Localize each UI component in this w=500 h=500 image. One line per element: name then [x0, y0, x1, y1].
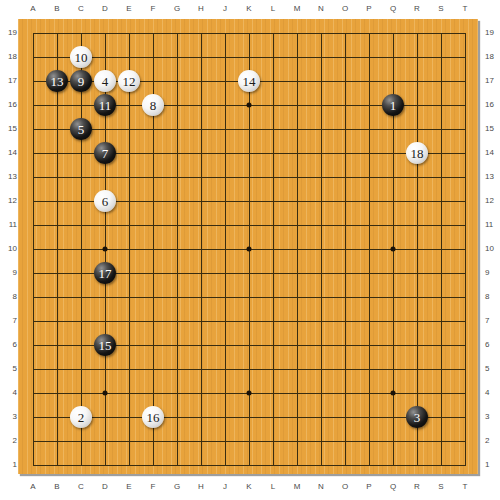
coord-row-label: 2 [485, 429, 500, 453]
coord-col-label: H [189, 480, 213, 494]
coord-row-label: 5 [1, 357, 17, 381]
coord-col-label: T [453, 480, 477, 494]
coord-col-label: J [213, 2, 237, 16]
move-number: 9 [78, 75, 85, 88]
move-number: 6 [102, 195, 109, 208]
stone-white-18[interactable]: 18 [406, 142, 428, 164]
stone-black-11[interactable]: 11 [94, 94, 116, 116]
stone-white-4[interactable]: 4 [94, 70, 116, 92]
move-number: 12 [123, 75, 136, 88]
coord-col-label: P [357, 480, 381, 494]
coord-col-label: L [261, 2, 285, 16]
stone-black-5[interactable]: 5 [70, 118, 92, 140]
coord-col-label: A [21, 2, 45, 16]
coord-col-label: O [333, 2, 357, 16]
coord-col-label: M [285, 480, 309, 494]
coord-col-label: C [69, 2, 93, 16]
move-number: 10 [75, 51, 88, 64]
coord-row-label: 15 [1, 117, 17, 141]
coord-row-label: 18 [485, 45, 500, 69]
coord-col-label: E [117, 2, 141, 16]
coord-col-label: M [285, 2, 309, 16]
coord-row-label: 2 [1, 429, 17, 453]
coord-col-label: S [429, 480, 453, 494]
coord-col-label: F [141, 480, 165, 494]
coord-col-label: H [189, 2, 213, 16]
coord-row-label: 5 [485, 357, 500, 381]
stone-white-2[interactable]: 2 [70, 406, 92, 428]
move-number: 3 [414, 411, 421, 424]
coord-row-label: 8 [485, 285, 500, 309]
move-number: 2 [78, 411, 85, 424]
coord-row-label: 18 [1, 45, 17, 69]
coord-row-label: 1 [1, 453, 17, 477]
coord-col-label: K [237, 2, 261, 16]
coord-row-label: 4 [485, 381, 500, 405]
stone-white-12[interactable]: 12 [118, 70, 140, 92]
move-number: 16 [147, 411, 160, 424]
coord-row-label: 7 [1, 309, 17, 333]
coord-row-label: 17 [485, 69, 500, 93]
move-number: 17 [99, 267, 112, 280]
coord-row-label: 14 [1, 141, 17, 165]
coord-row-label: 7 [485, 309, 500, 333]
move-number: 4 [102, 75, 109, 88]
coord-row-label: 9 [1, 261, 17, 285]
stone-white-14[interactable]: 14 [238, 70, 260, 92]
coord-row-label: 11 [485, 213, 500, 237]
coord-row-label: 8 [1, 285, 17, 309]
stone-white-6[interactable]: 6 [94, 190, 116, 212]
coord-col-label: A [21, 480, 45, 494]
go-diagram-page: ABCDEFGHJKLMNOPQRST ABCDEFGHJKLMNOPQRST … [0, 0, 500, 500]
move-number: 1 [390, 99, 397, 112]
coord-row-label: 6 [1, 333, 17, 357]
coord-col-label: Q [381, 2, 405, 16]
coord-row-label: 16 [485, 93, 500, 117]
coord-row-label: 13 [1, 165, 17, 189]
move-number: 8 [150, 99, 157, 112]
coords-left: 19181716151413121110987654321 [1, 21, 17, 477]
coord-row-label: 17 [1, 69, 17, 93]
stone-black-3[interactable]: 3 [406, 406, 428, 428]
move-number: 11 [99, 99, 112, 112]
stone-white-8[interactable]: 8 [142, 94, 164, 116]
coord-col-label: E [117, 480, 141, 494]
coord-row-label: 13 [485, 165, 500, 189]
coord-col-label: O [333, 480, 357, 494]
coord-row-label: 10 [1, 237, 17, 261]
coord-col-label: B [45, 2, 69, 16]
coord-col-label: S [429, 2, 453, 16]
coord-col-label: Q [381, 480, 405, 494]
coord-row-label: 11 [1, 213, 17, 237]
coords-bottom: ABCDEFGHJKLMNOPQRST [21, 480, 477, 494]
coord-row-label: 16 [1, 93, 17, 117]
coord-col-label: T [453, 2, 477, 16]
go-board[interactable]: 123456789101112131415161718 [18, 19, 478, 474]
stone-white-10[interactable]: 10 [70, 46, 92, 68]
stone-black-7[interactable]: 7 [94, 142, 116, 164]
coord-col-label: F [141, 2, 165, 16]
coord-row-label: 12 [1, 189, 17, 213]
coord-col-label: N [309, 480, 333, 494]
coords-right: 19181716151413121110987654321 [485, 21, 500, 477]
coord-col-label: P [357, 2, 381, 16]
coord-col-label: G [165, 480, 189, 494]
coord-row-label: 10 [485, 237, 500, 261]
move-number: 5 [78, 123, 85, 136]
coord-row-label: 9 [485, 261, 500, 285]
coord-col-label: D [93, 480, 117, 494]
move-number: 18 [411, 147, 424, 160]
coord-col-label: C [69, 480, 93, 494]
stone-black-17[interactable]: 17 [94, 262, 116, 284]
stones-layer: 123456789101112131415161718 [21, 21, 477, 477]
coord-row-label: 1 [485, 453, 500, 477]
coord-row-label: 14 [485, 141, 500, 165]
coord-row-label: 4 [1, 381, 17, 405]
stone-black-1[interactable]: 1 [382, 94, 404, 116]
coord-col-label: B [45, 480, 69, 494]
stone-white-16[interactable]: 16 [142, 406, 164, 428]
coord-row-label: 15 [485, 117, 500, 141]
coord-row-label: 19 [1, 21, 17, 45]
coord-col-label: G [165, 2, 189, 16]
move-number: 15 [99, 339, 112, 352]
coords-top: ABCDEFGHJKLMNOPQRST [21, 2, 477, 16]
coord-col-label: K [237, 480, 261, 494]
coord-col-label: L [261, 480, 285, 494]
coord-row-label: 12 [485, 189, 500, 213]
coord-col-label: N [309, 2, 333, 16]
move-number: 7 [102, 147, 109, 160]
coord-row-label: 3 [485, 405, 500, 429]
stone-black-15[interactable]: 15 [94, 334, 116, 356]
coord-col-label: J [213, 480, 237, 494]
stone-black-13[interactable]: 13 [46, 70, 68, 92]
coord-row-label: 3 [1, 405, 17, 429]
move-number: 13 [51, 75, 64, 88]
coord-col-label: R [405, 2, 429, 16]
move-number: 14 [243, 75, 256, 88]
coord-row-label: 6 [485, 333, 500, 357]
coord-col-label: R [405, 480, 429, 494]
coord-col-label: D [93, 2, 117, 16]
coord-row-label: 19 [485, 21, 500, 45]
stone-black-9[interactable]: 9 [70, 70, 92, 92]
